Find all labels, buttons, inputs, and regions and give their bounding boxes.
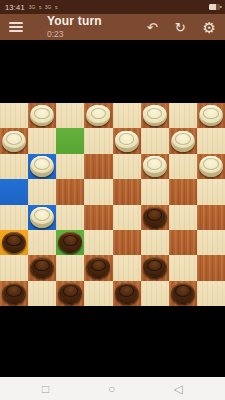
board-square[interactable] [56, 128, 84, 153]
board-square[interactable] [169, 281, 197, 306]
data-arrows-icon: ⇅ [38, 6, 41, 10]
board-square[interactable] [28, 179, 56, 204]
black-piece[interactable] [143, 257, 167, 278]
board-square[interactable] [28, 205, 56, 230]
board-square[interactable] [113, 179, 141, 204]
board-square[interactable] [56, 154, 84, 179]
settings-gear-icon[interactable]: ⚙ [203, 21, 216, 34]
board-square[interactable] [28, 255, 56, 280]
white-piece[interactable] [30, 105, 54, 126]
board-square[interactable] [0, 128, 28, 153]
board-square[interactable] [0, 255, 28, 280]
white-piece[interactable] [30, 156, 54, 177]
board-square[interactable] [56, 179, 84, 204]
redo-icon[interactable]: ↻ [175, 21, 186, 34]
board-square[interactable] [169, 230, 197, 255]
board-square[interactable] [56, 281, 84, 306]
board-square[interactable] [28, 128, 56, 153]
black-piece[interactable] [2, 232, 26, 253]
menu-icon[interactable] [9, 22, 23, 33]
black-piece[interactable] [30, 257, 54, 278]
board-square[interactable] [84, 103, 112, 128]
board-square[interactable] [56, 255, 84, 280]
board-square[interactable] [197, 255, 225, 280]
data-arrows-icon: ⇅ [54, 6, 57, 10]
board-square[interactable] [113, 281, 141, 306]
board-square[interactable] [197, 281, 225, 306]
board-square[interactable] [0, 179, 28, 204]
android-nav-bar: □ ○ ◁ [0, 377, 225, 400]
board-square[interactable] [56, 230, 84, 255]
black-piece[interactable] [115, 283, 139, 304]
board-square[interactable] [28, 230, 56, 255]
white-piece[interactable] [86, 105, 110, 126]
board-square[interactable] [141, 205, 169, 230]
clock-text: 13:41 [5, 3, 25, 12]
board-square[interactable] [113, 154, 141, 179]
board-square[interactable] [141, 154, 169, 179]
board-square[interactable] [141, 103, 169, 128]
white-piece[interactable] [143, 105, 167, 126]
white-piece[interactable] [2, 131, 26, 152]
board-square[interactable] [56, 103, 84, 128]
checkers-board [0, 103, 225, 306]
app-screen: 13:41 3G ⇅ 3G ⇅ Your turn 0:23 ↶ ↻ ⚙ □ ○… [0, 0, 225, 400]
board-square[interactable] [113, 103, 141, 128]
board-square[interactable] [141, 255, 169, 280]
black-piece[interactable] [58, 232, 82, 253]
white-piece[interactable] [199, 105, 223, 126]
board-square[interactable] [197, 154, 225, 179]
board-square[interactable] [169, 205, 197, 230]
board-square[interactable] [0, 281, 28, 306]
black-piece[interactable] [171, 283, 195, 304]
board-square[interactable] [0, 154, 28, 179]
board-square[interactable] [113, 205, 141, 230]
signal-3g-icon: 3G [29, 5, 36, 10]
status-bar: 13:41 3G ⇅ 3G ⇅ [0, 0, 225, 14]
recents-icon[interactable]: □ [42, 383, 49, 395]
black-piece[interactable] [2, 283, 26, 304]
back-icon[interactable]: ◁ [174, 383, 183, 395]
move-timer: 0:23 [47, 30, 102, 39]
board-square[interactable] [141, 179, 169, 204]
board-square[interactable] [197, 230, 225, 255]
board-square[interactable] [84, 154, 112, 179]
board-square[interactable] [84, 255, 112, 280]
board-square[interactable] [28, 154, 56, 179]
board-square[interactable] [0, 230, 28, 255]
board-square[interactable] [113, 230, 141, 255]
black-piece[interactable] [86, 257, 110, 278]
board-square[interactable] [84, 230, 112, 255]
toolbar: Your turn 0:23 ↶ ↻ ⚙ [0, 14, 225, 40]
board-square[interactable] [197, 128, 225, 153]
turn-status-title: Your turn [47, 15, 102, 28]
board-square[interactable] [141, 281, 169, 306]
black-piece[interactable] [58, 283, 82, 304]
network-indicators: 3G ⇅ 3G ⇅ [29, 5, 58, 10]
board-square[interactable] [28, 281, 56, 306]
board-square[interactable] [169, 103, 197, 128]
board-square[interactable] [56, 205, 84, 230]
black-piece[interactable] [143, 207, 167, 228]
white-piece[interactable] [143, 156, 167, 177]
battery-icon [209, 4, 220, 10]
home-icon[interactable]: ○ [108, 383, 115, 395]
board-square[interactable] [169, 128, 197, 153]
board-square[interactable] [84, 281, 112, 306]
board-square[interactable] [169, 154, 197, 179]
board-square[interactable] [197, 179, 225, 204]
board-square[interactable] [197, 205, 225, 230]
board-square[interactable] [169, 255, 197, 280]
undo-icon[interactable]: ↶ [147, 21, 158, 34]
white-piece[interactable] [171, 131, 195, 152]
signal-3g-icon: 3G [45, 5, 52, 10]
board-square[interactable] [0, 205, 28, 230]
white-piece[interactable] [115, 131, 139, 152]
board-square[interactable] [141, 230, 169, 255]
board-square[interactable] [169, 179, 197, 204]
board-square[interactable] [197, 103, 225, 128]
board-square[interactable] [84, 205, 112, 230]
board-square[interactable] [141, 128, 169, 153]
board-square[interactable] [113, 128, 141, 153]
board-square[interactable] [28, 103, 56, 128]
board-square[interactable] [113, 255, 141, 280]
board-square[interactable] [0, 103, 28, 128]
white-piece[interactable] [30, 207, 54, 228]
white-piece[interactable] [199, 156, 223, 177]
board-square[interactable] [84, 128, 112, 153]
board-square[interactable] [84, 179, 112, 204]
